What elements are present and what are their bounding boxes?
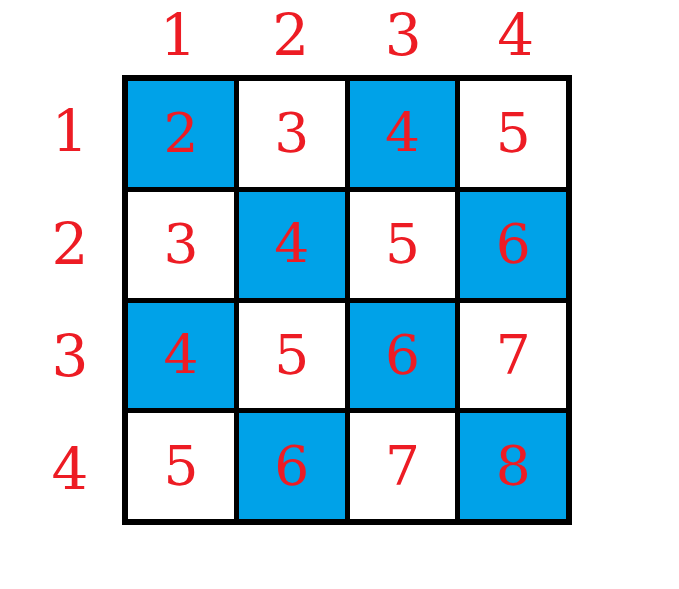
col-header-3: 3 [347,2,460,68]
cell-r1-c1: 2 [128,81,234,187]
row-header-3: 3 [28,300,112,413]
column-headers: 1 2 3 4 [122,2,572,68]
cell-r4-c1: 5 [128,413,234,519]
cell-r1-c2: 3 [239,81,345,187]
addition-grid: 2 3 4 5 3 4 5 6 4 5 6 7 5 6 7 8 [122,75,572,525]
col-header-2: 2 [235,2,348,68]
col-header-4: 4 [460,2,573,68]
cell-r3-c4: 7 [460,303,566,409]
cell-r3-c3: 6 [350,303,456,409]
col-header-1: 1 [122,2,235,68]
cell-r2-c1: 3 [128,192,234,298]
cell-r4-c3: 7 [350,413,456,519]
row-header-2: 2 [28,188,112,301]
cell-r2-c2: 4 [239,192,345,298]
cell-r2-c4: 6 [460,192,566,298]
addition-table-diagram: 1 2 3 4 1 2 3 4 2 3 4 5 3 4 5 6 4 5 6 7 … [0,0,679,589]
row-headers: 1 2 3 4 [28,75,112,525]
row-header-4: 4 [28,413,112,526]
cell-r4-c2: 6 [239,413,345,519]
cell-r3-c2: 5 [239,303,345,409]
cell-r2-c3: 5 [350,192,456,298]
cell-r1-c4: 5 [460,81,566,187]
cell-r3-c1: 4 [128,303,234,409]
row-header-1: 1 [28,75,112,188]
cell-r4-c4: 8 [460,413,566,519]
cell-r1-c3: 4 [350,81,456,187]
